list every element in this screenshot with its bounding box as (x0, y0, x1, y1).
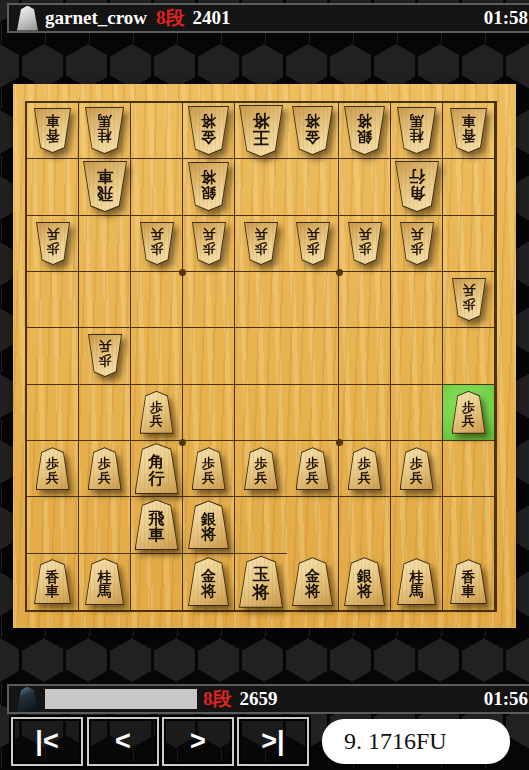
shogi-app: garnet_crow 8段 2401 01:58 香車桂馬金将王将金将銀将桂馬… (0, 0, 529, 770)
square-2d[interactable] (391, 272, 443, 328)
top-player-rank: 8段 (156, 5, 185, 31)
piece-7h-sente-rook[interactable]: 飛車 (135, 499, 179, 550)
square-8d[interactable] (79, 272, 131, 328)
piece-7c-gote-pawn[interactable]: 歩兵 (140, 222, 174, 265)
square-4g[interactable]: 歩兵 (287, 441, 339, 497)
piece-2c-gote-pawn[interactable]: 歩兵 (400, 222, 434, 265)
piece-5i-sente-king[interactable]: 玉将 (239, 556, 283, 608)
shogi-board: 香車桂馬金将王将金将銀将桂馬香車飛車銀将角行歩兵歩兵歩兵歩兵歩兵歩兵歩兵歩兵歩兵… (13, 84, 516, 628)
piece-1a-gote-lance[interactable]: 香車 (450, 108, 487, 153)
square-1a[interactable]: 香車 (443, 103, 495, 159)
square-3g[interactable]: 歩兵 (339, 441, 391, 497)
square-8f[interactable] (79, 385, 131, 441)
top-player-clock: 01:58 (484, 7, 528, 29)
piece-4g-sente-pawn[interactable]: 歩兵 (296, 447, 330, 490)
piece-2b-gote-bishop[interactable]: 角行 (395, 161, 439, 212)
piece-9a-gote-lance[interactable]: 香車 (34, 108, 71, 153)
piece-3c-gote-pawn[interactable]: 歩兵 (348, 222, 382, 265)
square-3i[interactable]: 銀将 (339, 554, 391, 610)
square-6f[interactable] (183, 385, 235, 441)
square-1d[interactable]: 歩兵 (443, 272, 495, 328)
piece-8g-sente-pawn[interactable]: 歩兵 (88, 447, 122, 490)
square-7i[interactable] (131, 554, 183, 610)
piece-3i-sente-silver[interactable]: 銀将 (344, 557, 385, 606)
square-5g[interactable]: 歩兵 (235, 441, 287, 497)
piece-6b-gote-silver[interactable]: 銀将 (188, 162, 229, 211)
piece-7f-sente-pawn[interactable]: 歩兵 (140, 391, 174, 434)
square-2f[interactable] (391, 385, 443, 441)
square-8e[interactable]: 歩兵 (79, 328, 131, 384)
square-4i[interactable]: 金将 (287, 554, 339, 610)
square-2c[interactable]: 歩兵 (391, 216, 443, 272)
square-1g[interactable] (443, 441, 495, 497)
square-2i[interactable]: 桂馬 (391, 554, 443, 610)
square-8h[interactable] (79, 497, 131, 553)
square-4e[interactable] (287, 328, 339, 384)
bottom-player-rank: 8段 (203, 686, 232, 712)
square-4a[interactable]: 金将 (287, 103, 339, 159)
square-9h[interactable] (27, 497, 79, 553)
piece-6a-gote-gold[interactable]: 金将 (188, 106, 229, 155)
square-3b[interactable] (339, 159, 391, 215)
square-5a[interactable]: 王将 (235, 103, 287, 159)
square-5e[interactable] (235, 328, 287, 384)
prev-move-button[interactable]: < (87, 717, 159, 766)
square-7c[interactable]: 歩兵 (131, 216, 183, 272)
square-6e[interactable] (183, 328, 235, 384)
piece-3g-sente-pawn[interactable]: 歩兵 (348, 447, 382, 490)
gote-piece-icon (17, 6, 38, 31)
move-display-field[interactable]: 9. 1716FU (322, 719, 510, 764)
square-2e[interactable] (391, 328, 443, 384)
piece-2a-gote-knight[interactable]: 桂馬 (397, 107, 436, 154)
square-9c[interactable]: 歩兵 (27, 216, 79, 272)
square-8i[interactable]: 桂馬 (79, 554, 131, 610)
square-6b[interactable]: 銀将 (183, 159, 235, 215)
square-3a[interactable]: 銀将 (339, 103, 391, 159)
square-5f[interactable] (235, 385, 287, 441)
square-6c[interactable]: 歩兵 (183, 216, 235, 272)
last-move-button[interactable]: >| (237, 717, 309, 766)
square-3c[interactable]: 歩兵 (339, 216, 391, 272)
square-7g[interactable]: 角行 (131, 441, 183, 497)
square-2b[interactable]: 角行 (391, 159, 443, 215)
square-3d[interactable] (339, 272, 391, 328)
top-player-bar: garnet_crow 8段 2401 01:58 (7, 3, 529, 33)
piece-4c-gote-pawn[interactable]: 歩兵 (296, 222, 330, 265)
piece-5g-sente-pawn[interactable]: 歩兵 (244, 447, 278, 490)
square-1i[interactable]: 香車 (443, 554, 495, 610)
piece-9i-sente-lance[interactable]: 香車 (34, 559, 71, 604)
square-2g[interactable]: 歩兵 (391, 441, 443, 497)
square-2a[interactable]: 桂馬 (391, 103, 443, 159)
square-4b[interactable] (287, 159, 339, 215)
piece-8e-gote-pawn[interactable]: 歩兵 (88, 334, 122, 377)
square-8g[interactable]: 歩兵 (79, 441, 131, 497)
piece-8a-gote-knight[interactable]: 桂馬 (85, 107, 124, 154)
square-6d[interactable] (183, 272, 235, 328)
sente-piece-icon (17, 687, 38, 712)
piece-1d-gote-pawn[interactable]: 歩兵 (452, 278, 486, 321)
piece-3a-gote-silver[interactable]: 銀将 (344, 106, 385, 155)
piece-9g-sente-pawn[interactable]: 歩兵 (36, 447, 70, 490)
move-display-text: 9. 1716FU (344, 728, 447, 755)
square-3e[interactable] (339, 328, 391, 384)
square-9e[interactable] (27, 328, 79, 384)
square-1c[interactable] (443, 216, 495, 272)
square-6i[interactable]: 金将 (183, 554, 235, 610)
top-player-rating: 2401 (193, 7, 231, 29)
square-9g[interactable]: 歩兵 (27, 441, 79, 497)
square-7a[interactable] (131, 103, 183, 159)
first-move-button[interactable]: |< (11, 717, 83, 766)
piece-2g-sente-pawn[interactable]: 歩兵 (400, 447, 434, 490)
piece-6c-gote-pawn[interactable]: 歩兵 (192, 222, 226, 265)
next-move-button[interactable]: > (162, 717, 234, 766)
piece-1f-sente-pawn[interactable]: 歩兵 (452, 391, 486, 434)
square-6g[interactable]: 歩兵 (183, 441, 235, 497)
piece-5a-gote-king[interactable]: 王将 (239, 105, 283, 157)
square-8b[interactable]: 飛車 (79, 159, 131, 215)
piece-8b-gote-rook[interactable]: 飛車 (83, 161, 127, 212)
square-1f[interactable]: 歩兵 (443, 385, 495, 441)
square-3f[interactable] (339, 385, 391, 441)
piece-4i-sente-gold[interactable]: 金将 (292, 557, 333, 606)
piece-6g-sente-pawn[interactable]: 歩兵 (192, 447, 226, 490)
square-7h[interactable]: 飛車 (131, 497, 183, 553)
square-9d[interactable] (27, 272, 79, 328)
square-6a[interactable]: 金将 (183, 103, 235, 159)
square-7e[interactable] (131, 328, 183, 384)
square-7b[interactable] (131, 159, 183, 215)
square-5d[interactable] (235, 272, 287, 328)
bottom-player-bar: 8段 2659 01:56 (7, 684, 529, 714)
square-8c[interactable] (79, 216, 131, 272)
top-player-name: garnet_crow (45, 7, 147, 29)
square-2h[interactable] (391, 497, 443, 553)
piece-4a-gote-gold[interactable]: 金将 (292, 106, 333, 155)
square-5b[interactable] (235, 159, 287, 215)
bottom-player-rating: 2659 (240, 688, 278, 710)
square-1h[interactable] (443, 497, 495, 553)
piece-1i-sente-lance[interactable]: 香車 (450, 559, 487, 604)
piece-9c-gote-pawn[interactable]: 歩兵 (36, 222, 70, 265)
square-4d[interactable] (287, 272, 339, 328)
square-7d[interactable] (131, 272, 183, 328)
square-9i[interactable]: 香車 (27, 554, 79, 610)
piece-6h-sente-silver[interactable]: 銀将 (188, 500, 229, 549)
bottom-player-name-bar (45, 689, 197, 709)
square-3h[interactable] (339, 497, 391, 553)
piece-6i-sente-gold[interactable]: 金将 (188, 557, 229, 606)
square-5h[interactable] (235, 497, 287, 553)
square-1e[interactable] (443, 328, 495, 384)
square-9f[interactable] (27, 385, 79, 441)
square-5i[interactable]: 玉将 (235, 554, 287, 610)
piece-5c-gote-pawn[interactable]: 歩兵 (244, 222, 278, 265)
square-8a[interactable]: 桂馬 (79, 103, 131, 159)
square-4h[interactable] (287, 497, 339, 553)
square-4c[interactable]: 歩兵 (287, 216, 339, 272)
piece-7g-sente-bishop[interactable]: 角行 (135, 443, 179, 494)
square-5c[interactable]: 歩兵 (235, 216, 287, 272)
square-9b[interactable] (27, 159, 79, 215)
board-grid: 香車桂馬金将王将金将銀将桂馬香車飛車銀将角行歩兵歩兵歩兵歩兵歩兵歩兵歩兵歩兵歩兵… (25, 101, 497, 612)
square-9a[interactable]: 香車 (27, 103, 79, 159)
piece-8i-sente-knight[interactable]: 桂馬 (85, 558, 124, 605)
square-7f[interactable]: 歩兵 (131, 385, 183, 441)
square-4f[interactable] (287, 385, 339, 441)
piece-2i-sente-knight[interactable]: 桂馬 (397, 558, 436, 605)
bottom-player-clock: 01:56 (484, 688, 528, 710)
square-6h[interactable]: 銀将 (183, 497, 235, 553)
square-1b[interactable] (443, 159, 495, 215)
